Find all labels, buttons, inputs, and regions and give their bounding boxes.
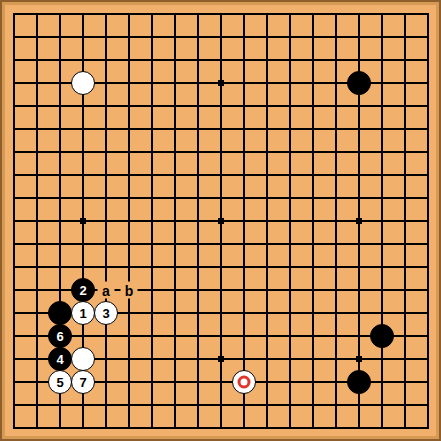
- intersection-F7: b: [118, 279, 141, 302]
- intersection-T16: [417, 72, 440, 95]
- intersection-J19: [187, 3, 210, 26]
- intersection-S14: [394, 118, 417, 141]
- intersection-F11: [118, 187, 141, 210]
- intersection-E10: [95, 210, 118, 233]
- intersection-P2: [325, 394, 348, 417]
- intersection-N12: [279, 164, 302, 187]
- intersection-R15: [371, 95, 394, 118]
- intersection-H5: [164, 325, 187, 348]
- intersection-K11: [210, 187, 233, 210]
- board-grid: 2ab136457: [3, 3, 440, 440]
- intersection-Q8: [348, 256, 371, 279]
- intersection-F19: [118, 3, 141, 26]
- stone-black-R5: [370, 324, 394, 348]
- intersection-P19: [325, 3, 348, 26]
- intersection-M6: [256, 302, 279, 325]
- star-point: [218, 80, 224, 86]
- intersection-B11: [26, 187, 49, 210]
- stone-black-C6: [48, 301, 72, 325]
- intersection-O1: [302, 417, 325, 440]
- intersection-G6: [141, 302, 164, 325]
- intersection-M5: [256, 325, 279, 348]
- intersection-M14: [256, 118, 279, 141]
- intersection-F1: [118, 417, 141, 440]
- intersection-Q6: [348, 302, 371, 325]
- intersection-B17: [26, 49, 49, 72]
- intersection-J1: [187, 417, 210, 440]
- intersection-H8: [164, 256, 187, 279]
- intersection-Q10: [348, 210, 371, 233]
- intersection-H9: [164, 233, 187, 256]
- intersection-H3: [164, 371, 187, 394]
- intersection-N17: [279, 49, 302, 72]
- intersection-P5: [325, 325, 348, 348]
- intersection-F13: [118, 141, 141, 164]
- intersection-A16: [3, 72, 26, 95]
- star-point: [80, 218, 86, 224]
- intersection-R9: [371, 233, 394, 256]
- intersection-T8: [417, 256, 440, 279]
- move-number: 5: [56, 376, 63, 389]
- intersection-O3: [302, 371, 325, 394]
- intersection-O4: [302, 348, 325, 371]
- intersection-R3: [371, 371, 394, 394]
- intersection-E19: [95, 3, 118, 26]
- intersection-N4: [279, 348, 302, 371]
- intersection-P7: [325, 279, 348, 302]
- intersection-D17: [72, 49, 95, 72]
- intersection-B9: [26, 233, 49, 256]
- intersection-O14: [302, 118, 325, 141]
- intersection-B16: [26, 72, 49, 95]
- intersection-P10: [325, 210, 348, 233]
- intersection-P11: [325, 187, 348, 210]
- intersection-Q16: [348, 72, 371, 95]
- intersection-T11: [417, 187, 440, 210]
- intersection-S5: [394, 325, 417, 348]
- intersection-S16: [394, 72, 417, 95]
- move-number: 3: [102, 307, 109, 320]
- intersection-E6: 3: [95, 302, 118, 325]
- intersection-L12: [233, 164, 256, 187]
- intersection-T2: [417, 394, 440, 417]
- intersection-P17: [325, 49, 348, 72]
- intersection-D1: [72, 417, 95, 440]
- intersection-S19: [394, 3, 417, 26]
- intersection-T19: [417, 3, 440, 26]
- intersection-D6: 1: [72, 302, 95, 325]
- intersection-K4: [210, 348, 233, 371]
- intersection-R4: [371, 348, 394, 371]
- intersection-T3: [417, 371, 440, 394]
- intersection-E3: [95, 371, 118, 394]
- intersection-L2: [233, 394, 256, 417]
- intersection-P3: [325, 371, 348, 394]
- intersection-A12: [3, 164, 26, 187]
- intersection-K15: [210, 95, 233, 118]
- intersection-Q4: [348, 348, 371, 371]
- intersection-F12: [118, 164, 141, 187]
- intersection-R5: [371, 325, 394, 348]
- intersection-T5: [417, 325, 440, 348]
- intersection-S1: [394, 417, 417, 440]
- intersection-L5: [233, 325, 256, 348]
- intersection-P14: [325, 118, 348, 141]
- intersection-B1: [26, 417, 49, 440]
- intersection-Q19: [348, 3, 371, 26]
- intersection-F17: [118, 49, 141, 72]
- intersection-E14: [95, 118, 118, 141]
- intersection-N6: [279, 302, 302, 325]
- intersection-R13: [371, 141, 394, 164]
- intersection-E2: [95, 394, 118, 417]
- intersection-N19: [279, 3, 302, 26]
- intersection-K16: [210, 72, 233, 95]
- intersection-L7: [233, 279, 256, 302]
- intersection-H1: [164, 417, 187, 440]
- intersection-J8: [187, 256, 210, 279]
- intersection-A11: [3, 187, 26, 210]
- intersection-G15: [141, 95, 164, 118]
- intersection-S8: [394, 256, 417, 279]
- stone-white-D6: 1: [71, 301, 95, 325]
- intersection-Q9: [348, 233, 371, 256]
- star-point: [218, 218, 224, 224]
- intersection-R11: [371, 187, 394, 210]
- intersection-Q11: [348, 187, 371, 210]
- intersection-C14: [49, 118, 72, 141]
- stone-black-Q3: [347, 370, 371, 394]
- intersection-L19: [233, 3, 256, 26]
- intersection-L8: [233, 256, 256, 279]
- intersection-F2: [118, 394, 141, 417]
- intersection-O19: [302, 3, 325, 26]
- intersection-H17: [164, 49, 187, 72]
- intersection-A13: [3, 141, 26, 164]
- intersection-O2: [302, 394, 325, 417]
- intersection-C12: [49, 164, 72, 187]
- intersection-L6: [233, 302, 256, 325]
- intersection-J9: [187, 233, 210, 256]
- stone-white-L3-marked: [232, 370, 256, 394]
- intersection-E8: [95, 256, 118, 279]
- intersection-J7: [187, 279, 210, 302]
- intersection-C6: [49, 302, 72, 325]
- intersection-M18: [256, 26, 279, 49]
- intersection-M8: [256, 256, 279, 279]
- intersection-R6: [371, 302, 394, 325]
- intersection-O8: [302, 256, 325, 279]
- intersection-K18: [210, 26, 233, 49]
- intersection-P1: [325, 417, 348, 440]
- intersection-H14: [164, 118, 187, 141]
- intersection-B12: [26, 164, 49, 187]
- move-number: 1: [79, 307, 86, 320]
- intersection-K6: [210, 302, 233, 325]
- intersection-Q5: [348, 325, 371, 348]
- intersection-A14: [3, 118, 26, 141]
- intersection-R17: [371, 49, 394, 72]
- star-point: [356, 218, 362, 224]
- intersection-B4: [26, 348, 49, 371]
- intersection-P4: [325, 348, 348, 371]
- intersection-C16: [49, 72, 72, 95]
- intersection-M1: [256, 417, 279, 440]
- intersection-C1: [49, 417, 72, 440]
- intersection-Q18: [348, 26, 371, 49]
- intersection-E11: [95, 187, 118, 210]
- intersection-B18: [26, 26, 49, 49]
- intersection-O10: [302, 210, 325, 233]
- intersection-J15: [187, 95, 210, 118]
- intersection-G16: [141, 72, 164, 95]
- intersection-J10: [187, 210, 210, 233]
- intersection-C18: [49, 26, 72, 49]
- intersection-O6: [302, 302, 325, 325]
- intersection-F3: [118, 371, 141, 394]
- intersection-H10: [164, 210, 187, 233]
- intersection-R16: [371, 72, 394, 95]
- intersection-C17: [49, 49, 72, 72]
- stone-white-C3: 5: [48, 370, 72, 394]
- intersection-K1: [210, 417, 233, 440]
- intersection-J5: [187, 325, 210, 348]
- intersection-K14: [210, 118, 233, 141]
- intersection-A9: [3, 233, 26, 256]
- circle-marker-icon: [238, 376, 251, 389]
- intersection-E4: [95, 348, 118, 371]
- intersection-M7: [256, 279, 279, 302]
- intersection-H2: [164, 394, 187, 417]
- intersection-M3: [256, 371, 279, 394]
- intersection-T15: [417, 95, 440, 118]
- intersection-O7: [302, 279, 325, 302]
- intersection-R7: [371, 279, 394, 302]
- intersection-M9: [256, 233, 279, 256]
- intersection-D5: [72, 325, 95, 348]
- intersection-N14: [279, 118, 302, 141]
- intersection-H11: [164, 187, 187, 210]
- intersection-P15: [325, 95, 348, 118]
- intersection-B5: [26, 325, 49, 348]
- intersection-A8: [3, 256, 26, 279]
- intersection-S7: [394, 279, 417, 302]
- intersection-N1: [279, 417, 302, 440]
- intersection-J16: [187, 72, 210, 95]
- intersection-G12: [141, 164, 164, 187]
- intersection-D12: [72, 164, 95, 187]
- point-label-F7: b: [121, 282, 138, 299]
- intersection-A15: [3, 95, 26, 118]
- intersection-D10: [72, 210, 95, 233]
- intersection-A5: [3, 325, 26, 348]
- intersection-A19: [3, 3, 26, 26]
- intersection-E18: [95, 26, 118, 49]
- stone-white-D3: 7: [71, 370, 95, 394]
- intersection-N16: [279, 72, 302, 95]
- intersection-S11: [394, 187, 417, 210]
- intersection-R10: [371, 210, 394, 233]
- intersection-B7: [26, 279, 49, 302]
- intersection-K19: [210, 3, 233, 26]
- intersection-M17: [256, 49, 279, 72]
- intersection-F6: [118, 302, 141, 325]
- intersection-J18: [187, 26, 210, 49]
- intersection-B19: [26, 3, 49, 26]
- intersection-M2: [256, 394, 279, 417]
- intersection-A18: [3, 26, 26, 49]
- intersection-A3: [3, 371, 26, 394]
- intersection-C8: [49, 256, 72, 279]
- intersection-S9: [394, 233, 417, 256]
- intersection-J17: [187, 49, 210, 72]
- intersection-F10: [118, 210, 141, 233]
- intersection-G1: [141, 417, 164, 440]
- intersection-C2: [49, 394, 72, 417]
- intersection-A6: [3, 302, 26, 325]
- intersection-L9: [233, 233, 256, 256]
- intersection-P16: [325, 72, 348, 95]
- intersection-K13: [210, 141, 233, 164]
- intersection-F16: [118, 72, 141, 95]
- intersection-F18: [118, 26, 141, 49]
- intersection-N13: [279, 141, 302, 164]
- intersection-R2: [371, 394, 394, 417]
- intersection-B3: [26, 371, 49, 394]
- intersection-T4: [417, 348, 440, 371]
- intersection-G18: [141, 26, 164, 49]
- intersection-D3: 7: [72, 371, 95, 394]
- intersection-S2: [394, 394, 417, 417]
- stone-white-D16: [71, 71, 95, 95]
- intersection-N18: [279, 26, 302, 49]
- stone-black-Q16: [347, 71, 371, 95]
- intersection-N3: [279, 371, 302, 394]
- intersection-S17: [394, 49, 417, 72]
- intersection-M12: [256, 164, 279, 187]
- intersection-D11: [72, 187, 95, 210]
- intersection-K10: [210, 210, 233, 233]
- intersection-F15: [118, 95, 141, 118]
- intersection-K8: [210, 256, 233, 279]
- intersection-F5: [118, 325, 141, 348]
- intersection-O12: [302, 164, 325, 187]
- intersection-O11: [302, 187, 325, 210]
- intersection-P18: [325, 26, 348, 49]
- intersection-C7: [49, 279, 72, 302]
- intersection-Q3: [348, 371, 371, 394]
- intersection-F4: [118, 348, 141, 371]
- intersection-L11: [233, 187, 256, 210]
- intersection-L3: [233, 371, 256, 394]
- intersection-D9: [72, 233, 95, 256]
- intersection-L4: [233, 348, 256, 371]
- intersection-K9: [210, 233, 233, 256]
- intersection-T1: [417, 417, 440, 440]
- intersection-G3: [141, 371, 164, 394]
- intersection-A7: [3, 279, 26, 302]
- intersection-G2: [141, 394, 164, 417]
- intersection-T7: [417, 279, 440, 302]
- intersection-O17: [302, 49, 325, 72]
- intersection-S18: [394, 26, 417, 49]
- intersection-J11: [187, 187, 210, 210]
- intersection-C3: 5: [49, 371, 72, 394]
- intersection-A17: [3, 49, 26, 72]
- intersection-L14: [233, 118, 256, 141]
- intersection-O9: [302, 233, 325, 256]
- intersection-E17: [95, 49, 118, 72]
- intersection-L18: [233, 26, 256, 49]
- intersection-T12: [417, 164, 440, 187]
- star-point: [218, 356, 224, 362]
- intersection-N7: [279, 279, 302, 302]
- intersection-J14: [187, 118, 210, 141]
- intersection-E12: [95, 164, 118, 187]
- intersection-H6: [164, 302, 187, 325]
- intersection-M4: [256, 348, 279, 371]
- intersection-P6: [325, 302, 348, 325]
- intersection-S6: [394, 302, 417, 325]
- intersection-K5: [210, 325, 233, 348]
- intersection-E15: [95, 95, 118, 118]
- intersection-F9: [118, 233, 141, 256]
- intersection-H19: [164, 3, 187, 26]
- intersection-A4: [3, 348, 26, 371]
- intersection-L1: [233, 417, 256, 440]
- intersection-A1: [3, 417, 26, 440]
- intersection-Q7: [348, 279, 371, 302]
- intersection-C4: 4: [49, 348, 72, 371]
- intersection-G10: [141, 210, 164, 233]
- intersection-G19: [141, 3, 164, 26]
- intersection-O5: [302, 325, 325, 348]
- intersection-C11: [49, 187, 72, 210]
- intersection-H12: [164, 164, 187, 187]
- point-label-E7: a: [98, 282, 115, 299]
- intersection-N15: [279, 95, 302, 118]
- intersection-F14: [118, 118, 141, 141]
- intersection-J13: [187, 141, 210, 164]
- intersection-B2: [26, 394, 49, 417]
- stone-white-D4: [71, 347, 95, 371]
- intersection-K2: [210, 394, 233, 417]
- intersection-H16: [164, 72, 187, 95]
- intersection-L16: [233, 72, 256, 95]
- intersection-K12: [210, 164, 233, 187]
- intersection-R14: [371, 118, 394, 141]
- intersection-L17: [233, 49, 256, 72]
- move-number: 7: [79, 376, 86, 389]
- intersection-N10: [279, 210, 302, 233]
- intersection-P8: [325, 256, 348, 279]
- intersection-J3: [187, 371, 210, 394]
- intersection-D16: [72, 72, 95, 95]
- intersection-P12: [325, 164, 348, 187]
- intersection-O16: [302, 72, 325, 95]
- intersection-M10: [256, 210, 279, 233]
- intersection-C15: [49, 95, 72, 118]
- intersection-S12: [394, 164, 417, 187]
- intersection-P9: [325, 233, 348, 256]
- intersection-S13: [394, 141, 417, 164]
- intersection-B15: [26, 95, 49, 118]
- intersection-G13: [141, 141, 164, 164]
- intersection-O18: [302, 26, 325, 49]
- intersection-Q15: [348, 95, 371, 118]
- intersection-K7: [210, 279, 233, 302]
- intersection-R12: [371, 164, 394, 187]
